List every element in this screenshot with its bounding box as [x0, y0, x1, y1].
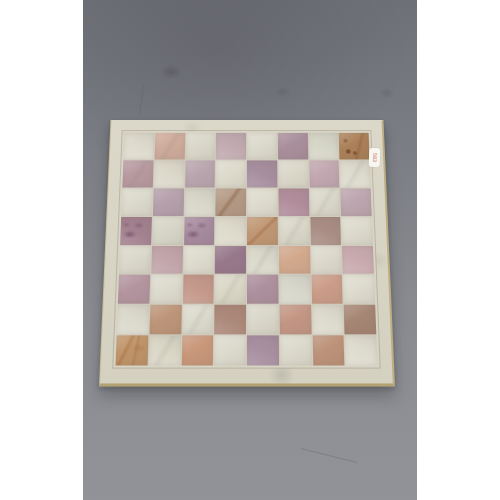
- square-a7[interactable]: [122, 160, 153, 187]
- square-d8[interactable]: [216, 133, 246, 160]
- square-e6[interactable]: [247, 188, 277, 215]
- backdrop-scratch: [139, 85, 144, 115]
- square-h5[interactable]: [341, 217, 373, 245]
- square-f4[interactable]: [279, 246, 310, 274]
- square-d5[interactable]: [215, 217, 246, 245]
- square-e1[interactable]: [247, 335, 279, 365]
- square-b7[interactable]: [154, 160, 185, 187]
- square-d4[interactable]: [215, 246, 246, 274]
- square-b1[interactable]: [148, 335, 180, 365]
- square-c3[interactable]: [182, 275, 214, 304]
- backdrop-scratch: [301, 448, 358, 463]
- square-h2[interactable]: [344, 305, 376, 334]
- square-c2[interactable]: [182, 305, 214, 334]
- square-f5[interactable]: [278, 217, 309, 245]
- square-e5[interactable]: [247, 217, 278, 245]
- square-f8[interactable]: [278, 133, 308, 160]
- square-g6[interactable]: [309, 188, 340, 215]
- square-a3[interactable]: [118, 275, 150, 304]
- square-b4[interactable]: [151, 246, 183, 274]
- lot-sticker: 583: [369, 148, 381, 167]
- square-c4[interactable]: [183, 246, 214, 274]
- square-e4[interactable]: [247, 246, 278, 274]
- square-d3[interactable]: [215, 275, 246, 304]
- square-f1[interactable]: [280, 335, 312, 365]
- square-b8[interactable]: [154, 133, 184, 160]
- square-g2[interactable]: [312, 305, 344, 334]
- right-white-bar: [417, 0, 500, 500]
- square-c5[interactable]: [184, 217, 215, 245]
- square-a6[interactable]: [121, 188, 152, 215]
- square-b3[interactable]: [150, 275, 182, 304]
- square-c8[interactable]: [185, 133, 215, 160]
- square-g5[interactable]: [310, 217, 341, 245]
- square-g3[interactable]: [311, 275, 343, 304]
- square-f2[interactable]: [279, 305, 311, 334]
- square-c7[interactable]: [185, 160, 215, 187]
- square-f6[interactable]: [278, 188, 309, 215]
- square-h6[interactable]: [341, 188, 372, 215]
- square-d1[interactable]: [214, 335, 246, 365]
- board-grid: [115, 133, 377, 366]
- square-f3[interactable]: [279, 275, 311, 304]
- square-g4[interactable]: [310, 246, 342, 274]
- square-e7[interactable]: [247, 160, 277, 187]
- square-e3[interactable]: [247, 275, 278, 304]
- square-g8[interactable]: [308, 133, 338, 160]
- square-h3[interactable]: [343, 275, 375, 304]
- square-b2[interactable]: [149, 305, 181, 334]
- square-b5[interactable]: [152, 217, 183, 245]
- square-b6[interactable]: [153, 188, 184, 215]
- square-c6[interactable]: [184, 188, 215, 215]
- square-h1[interactable]: [345, 335, 378, 365]
- square-h4[interactable]: [342, 246, 374, 274]
- square-g1[interactable]: [312, 335, 344, 365]
- square-e2[interactable]: [247, 305, 279, 334]
- square-f7[interactable]: [278, 160, 308, 187]
- chessboard: [99, 120, 395, 386]
- square-c1[interactable]: [181, 335, 213, 365]
- square-h8[interactable]: [339, 133, 370, 160]
- square-a5[interactable]: [120, 217, 152, 245]
- square-a2[interactable]: [117, 305, 149, 334]
- square-h7[interactable]: [340, 160, 371, 187]
- square-d7[interactable]: [216, 160, 246, 187]
- square-a1[interactable]: [115, 335, 148, 365]
- square-g7[interactable]: [309, 160, 340, 187]
- square-a8[interactable]: [123, 133, 154, 160]
- square-d2[interactable]: [214, 305, 246, 334]
- square-e8[interactable]: [247, 133, 277, 160]
- left-white-bar: [0, 0, 83, 500]
- square-a4[interactable]: [119, 246, 151, 274]
- square-d6[interactable]: [216, 188, 246, 215]
- lot-sticker-text: 583: [372, 153, 377, 162]
